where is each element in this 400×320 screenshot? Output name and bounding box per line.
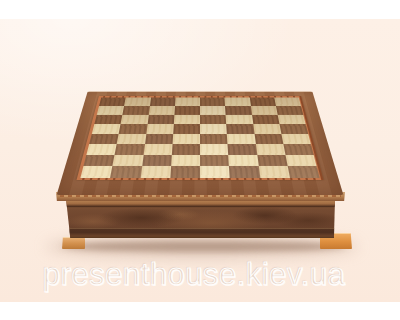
board-square xyxy=(252,115,280,124)
board-square xyxy=(257,155,288,166)
board-square xyxy=(123,106,150,115)
board-square xyxy=(140,166,171,178)
board-square xyxy=(124,98,150,106)
board-square xyxy=(145,134,173,144)
board-square xyxy=(225,106,251,115)
board-square xyxy=(174,115,200,124)
board-square xyxy=(200,166,230,178)
board-square xyxy=(94,115,122,124)
board-square xyxy=(254,134,283,144)
board-square xyxy=(274,98,301,106)
board-square xyxy=(200,115,226,124)
board-square xyxy=(279,124,308,134)
board-square xyxy=(250,106,277,115)
board-square xyxy=(227,134,255,144)
board-square xyxy=(200,144,228,155)
board-square xyxy=(117,134,146,144)
board-square xyxy=(258,166,289,178)
board-square xyxy=(173,124,200,134)
left-foot xyxy=(62,237,85,249)
board-square xyxy=(150,98,176,106)
board-square xyxy=(228,144,257,155)
board-square xyxy=(281,134,311,144)
box-front-face xyxy=(66,199,335,238)
board-square xyxy=(249,98,275,106)
board-square xyxy=(287,166,319,178)
board-square xyxy=(146,124,174,134)
board-square xyxy=(175,98,200,106)
board-square xyxy=(172,144,200,155)
board-square xyxy=(255,144,285,155)
board-square xyxy=(200,155,229,166)
board-square xyxy=(200,124,227,134)
board-square xyxy=(142,155,172,166)
board-square xyxy=(148,106,174,115)
board-square xyxy=(226,124,254,134)
board-square xyxy=(285,155,316,166)
board-square xyxy=(119,124,147,134)
board-square xyxy=(200,106,226,115)
board-square xyxy=(174,106,200,115)
chessboard-grid xyxy=(80,98,319,178)
board-square xyxy=(86,144,116,155)
board-square xyxy=(170,166,200,178)
board-square xyxy=(143,144,172,155)
board-square xyxy=(97,106,125,115)
board-square xyxy=(225,98,251,106)
copper-inlay-trim xyxy=(77,96,324,180)
board-square xyxy=(200,98,225,106)
board-square xyxy=(147,115,174,124)
box-base-molding xyxy=(66,228,335,238)
board-square xyxy=(171,155,200,166)
board-square xyxy=(276,106,304,115)
board-square xyxy=(89,134,119,144)
board-square xyxy=(253,124,281,134)
board-square xyxy=(110,166,141,178)
board-square xyxy=(80,166,112,178)
board-square xyxy=(83,155,114,166)
board-square xyxy=(226,115,253,124)
contact-shadow xyxy=(62,241,346,252)
chess-board-top xyxy=(57,91,344,195)
board-square xyxy=(121,115,149,124)
board-square xyxy=(283,144,313,155)
watermark-text: presenthouse.kiev.ua xyxy=(43,257,345,293)
photo-stage: presenthouse.kiev.ua xyxy=(0,0,400,320)
board-square xyxy=(228,155,258,166)
board-square xyxy=(200,134,228,144)
board-square xyxy=(92,124,121,134)
board-square xyxy=(113,155,144,166)
board-square xyxy=(115,144,145,155)
board-square xyxy=(277,115,305,124)
board-square xyxy=(172,134,200,144)
board-square xyxy=(99,98,126,106)
board-square xyxy=(229,166,260,178)
